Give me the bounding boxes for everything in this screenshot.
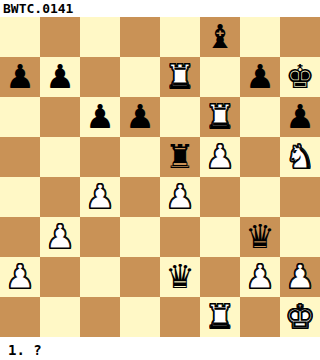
chess-board: ♝♟♟♜♟♚♟♟♜♟♜♟♞♟♟♟♛♟♛♟♟♜♚: [0, 17, 320, 337]
square-d8[interactable]: [120, 17, 160, 57]
square-g3[interactable]: ♛: [240, 217, 280, 257]
square-g8[interactable]: [240, 17, 280, 57]
black-queen: ♛: [160, 257, 200, 297]
square-e8[interactable]: [160, 17, 200, 57]
black-pawn: ♟: [120, 97, 160, 137]
square-h8[interactable]: [280, 17, 320, 57]
white-pawn: ♟: [0, 257, 40, 297]
square-g6[interactable]: [240, 97, 280, 137]
square-f7[interactable]: [200, 57, 240, 97]
square-f2[interactable]: [200, 257, 240, 297]
square-e3[interactable]: [160, 217, 200, 257]
square-h2[interactable]: ♟: [280, 257, 320, 297]
square-h6[interactable]: ♟: [280, 97, 320, 137]
square-e6[interactable]: [160, 97, 200, 137]
square-g2[interactable]: ♟: [240, 257, 280, 297]
square-c6[interactable]: ♟: [80, 97, 120, 137]
square-b3[interactable]: ♟: [40, 217, 80, 257]
black-pawn: ♟: [80, 97, 120, 137]
square-h3[interactable]: [280, 217, 320, 257]
square-e5[interactable]: ♜: [160, 137, 200, 177]
square-b1[interactable]: [40, 297, 80, 337]
square-a3[interactable]: [0, 217, 40, 257]
square-c4[interactable]: ♟: [80, 177, 120, 217]
black-pawn: ♟: [40, 57, 80, 97]
white-king: ♚: [280, 297, 320, 337]
white-pawn: ♟: [240, 257, 280, 297]
square-d2[interactable]: [120, 257, 160, 297]
square-a2[interactable]: ♟: [0, 257, 40, 297]
square-d6[interactable]: ♟: [120, 97, 160, 137]
square-b7[interactable]: ♟: [40, 57, 80, 97]
square-a7[interactable]: ♟: [0, 57, 40, 97]
square-a1[interactable]: [0, 297, 40, 337]
square-c1[interactable]: [80, 297, 120, 337]
move-prompt: 1. ?: [0, 337, 320, 358]
square-b5[interactable]: [40, 137, 80, 177]
square-c5[interactable]: [80, 137, 120, 177]
square-f8[interactable]: ♝: [200, 17, 240, 57]
square-a6[interactable]: [0, 97, 40, 137]
white-pawn: ♟: [200, 137, 240, 177]
square-e4[interactable]: ♟: [160, 177, 200, 217]
square-a4[interactable]: [0, 177, 40, 217]
square-f4[interactable]: [200, 177, 240, 217]
square-c7[interactable]: [80, 57, 120, 97]
black-rook: ♜: [160, 137, 200, 177]
square-e1[interactable]: [160, 297, 200, 337]
black-queen: ♛: [240, 217, 280, 257]
white-rook: ♜: [200, 297, 240, 337]
black-pawn: ♟: [0, 57, 40, 97]
white-pawn: ♟: [160, 177, 200, 217]
square-a8[interactable]: [0, 17, 40, 57]
square-d5[interactable]: [120, 137, 160, 177]
square-b4[interactable]: [40, 177, 80, 217]
square-h1[interactable]: ♚: [280, 297, 320, 337]
black-pawn: ♟: [280, 97, 320, 137]
square-g1[interactable]: [240, 297, 280, 337]
square-h5[interactable]: ♞: [280, 137, 320, 177]
square-h7[interactable]: ♚: [280, 57, 320, 97]
black-pawn: ♟: [240, 57, 280, 97]
square-d3[interactable]: [120, 217, 160, 257]
square-c3[interactable]: [80, 217, 120, 257]
white-rook: ♜: [200, 97, 240, 137]
square-f3[interactable]: [200, 217, 240, 257]
white-pawn: ♟: [280, 257, 320, 297]
square-g5[interactable]: [240, 137, 280, 177]
square-b6[interactable]: [40, 97, 80, 137]
puzzle-title: BWTC.0141: [0, 0, 320, 17]
square-b8[interactable]: [40, 17, 80, 57]
square-g7[interactable]: ♟: [240, 57, 280, 97]
square-c2[interactable]: [80, 257, 120, 297]
white-pawn: ♟: [80, 177, 120, 217]
white-knight: ♞: [280, 137, 320, 177]
square-c8[interactable]: [80, 17, 120, 57]
square-d4[interactable]: [120, 177, 160, 217]
white-rook: ♜: [160, 57, 200, 97]
square-f6[interactable]: ♜: [200, 97, 240, 137]
square-g4[interactable]: [240, 177, 280, 217]
square-b2[interactable]: [40, 257, 80, 297]
white-pawn: ♟: [40, 217, 80, 257]
black-king: ♚: [280, 57, 320, 97]
square-f5[interactable]: ♟: [200, 137, 240, 177]
square-d1[interactable]: [120, 297, 160, 337]
square-a5[interactable]: [0, 137, 40, 177]
square-f1[interactable]: ♜: [200, 297, 240, 337]
square-d7[interactable]: [120, 57, 160, 97]
square-e2[interactable]: ♛: [160, 257, 200, 297]
square-h4[interactable]: [280, 177, 320, 217]
square-e7[interactable]: ♜: [160, 57, 200, 97]
black-bishop: ♝: [200, 17, 240, 57]
